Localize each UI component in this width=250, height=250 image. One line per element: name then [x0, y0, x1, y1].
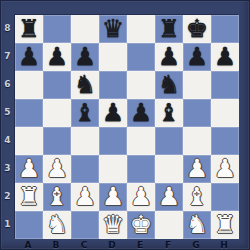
square-b8[interactable]: [43, 15, 71, 43]
square-b7[interactable]: ♟: [43, 43, 71, 71]
file-label-e: E: [126, 239, 154, 250]
file-label-c: C: [70, 239, 98, 250]
square-e6[interactable]: [127, 71, 155, 99]
square-g7[interactable]: ♟: [183, 43, 211, 71]
piece-black-queen[interactable]: ♛: [102, 16, 124, 41]
chess-board[interactable]: ♜♛♜♚♟♟♟♟♟♟♞♞♝♟♟♝♟♟♟♟♜♝♟♟♟♟♝♞♛♚♞♜: [14, 14, 238, 238]
file-labels: ABCDEFGH: [14, 239, 238, 250]
square-h4[interactable]: [211, 127, 239, 155]
file-label-g: G: [182, 239, 210, 250]
square-e7[interactable]: [127, 43, 155, 71]
square-c6[interactable]: ♞: [71, 71, 99, 99]
square-c4[interactable]: [71, 127, 99, 155]
square-g5[interactable]: [183, 99, 211, 127]
rank-label-7: 7: [1, 42, 14, 70]
piece-black-pawn[interactable]: ♟: [214, 44, 236, 69]
piece-white-pawn[interactable]: ♟: [214, 156, 236, 181]
square-d2[interactable]: ♟: [99, 183, 127, 211]
square-f2[interactable]: ♟: [155, 183, 183, 211]
square-d6[interactable]: [99, 71, 127, 99]
piece-white-rook[interactable]: ♜: [214, 212, 236, 237]
piece-black-pawn[interactable]: ♟: [130, 100, 152, 125]
square-h6[interactable]: [211, 71, 239, 99]
piece-black-knight[interactable]: ♞: [158, 72, 180, 97]
file-label-h: H: [210, 239, 238, 250]
square-c8[interactable]: [71, 15, 99, 43]
square-c5[interactable]: ♝: [71, 99, 99, 127]
square-b1[interactable]: ♞: [43, 211, 71, 239]
square-b3[interactable]: ♟: [43, 155, 71, 183]
piece-white-knight[interactable]: ♞: [186, 212, 208, 237]
piece-black-bishop[interactable]: ♝: [158, 100, 180, 125]
square-h5[interactable]: [211, 99, 239, 127]
piece-white-knight[interactable]: ♞: [46, 212, 68, 237]
square-e4[interactable]: [127, 127, 155, 155]
square-h3[interactable]: ♟: [211, 155, 239, 183]
piece-white-pawn[interactable]: ♟: [18, 156, 40, 181]
square-e8[interactable]: [127, 15, 155, 43]
square-b2[interactable]: ♝: [43, 183, 71, 211]
piece-white-pawn[interactable]: ♟: [46, 156, 68, 181]
square-c7[interactable]: ♟: [71, 43, 99, 71]
piece-black-pawn[interactable]: ♟: [158, 44, 180, 69]
square-d4[interactable]: [99, 127, 127, 155]
file-label-b: B: [42, 239, 70, 250]
square-f1[interactable]: [155, 211, 183, 239]
piece-white-king[interactable]: ♚: [130, 212, 152, 237]
square-h7[interactable]: ♟: [211, 43, 239, 71]
piece-black-knight[interactable]: ♞: [74, 72, 96, 97]
square-e2[interactable]: ♟: [127, 183, 155, 211]
piece-white-pawn[interactable]: ♟: [158, 184, 180, 209]
piece-black-pawn[interactable]: ♟: [102, 100, 124, 125]
square-d5[interactable]: ♟: [99, 99, 127, 127]
square-g4[interactable]: [183, 127, 211, 155]
rank-label-4: 4: [1, 126, 14, 154]
piece-white-pawn[interactable]: ♟: [74, 184, 96, 209]
rank-label-2: 2: [1, 182, 14, 210]
square-g3[interactable]: ♟: [183, 155, 211, 183]
square-g1[interactable]: ♞: [183, 211, 211, 239]
rank-labels: 87654321: [1, 14, 14, 238]
rank-label-6: 6: [1, 70, 14, 98]
piece-black-rook[interactable]: ♜: [18, 16, 40, 41]
file-label-a: A: [14, 239, 42, 250]
square-c1[interactable]: [71, 211, 99, 239]
square-a6[interactable]: [15, 71, 43, 99]
square-a5[interactable]: [15, 99, 43, 127]
square-d3[interactable]: [99, 155, 127, 183]
piece-white-bishop[interactable]: ♝: [186, 184, 208, 209]
piece-white-bishop[interactable]: ♝: [46, 184, 68, 209]
piece-black-rook[interactable]: ♜: [158, 16, 180, 41]
square-a7[interactable]: ♟: [15, 43, 43, 71]
piece-black-pawn[interactable]: ♟: [186, 44, 208, 69]
square-g6[interactable]: [183, 71, 211, 99]
square-g2[interactable]: ♝: [183, 183, 211, 211]
piece-black-pawn[interactable]: ♟: [46, 44, 68, 69]
piece-white-pawn[interactable]: ♟: [102, 184, 124, 209]
rank-label-3: 3: [1, 154, 14, 182]
square-b5[interactable]: [43, 99, 71, 127]
file-label-f: F: [154, 239, 182, 250]
square-c3[interactable]: [71, 155, 99, 183]
piece-white-pawn[interactable]: ♟: [130, 184, 152, 209]
square-a3[interactable]: ♟: [15, 155, 43, 183]
square-g8[interactable]: ♚: [183, 15, 211, 43]
rank-label-1: 1: [1, 210, 14, 238]
square-f8[interactable]: ♜: [155, 15, 183, 43]
square-h2[interactable]: [211, 183, 239, 211]
square-f7[interactable]: ♟: [155, 43, 183, 71]
piece-black-king[interactable]: ♚: [186, 16, 208, 41]
square-h8[interactable]: [211, 15, 239, 43]
square-e5[interactable]: ♟: [127, 99, 155, 127]
piece-black-bishop[interactable]: ♝: [74, 100, 96, 125]
square-e1[interactable]: ♚: [127, 211, 155, 239]
square-d7[interactable]: [99, 43, 127, 71]
square-d8[interactable]: ♛: [99, 15, 127, 43]
chess-board-frame: 87654321 ♜♛♜♚♟♟♟♟♟♟♞♞♝♟♟♝♟♟♟♟♜♝♟♟♟♟♝♞♛♚♞…: [0, 0, 250, 250]
file-label-d: D: [98, 239, 126, 250]
piece-white-queen[interactable]: ♛: [102, 212, 124, 237]
square-h1[interactable]: ♜: [211, 211, 239, 239]
square-a2[interactable]: ♜: [15, 183, 43, 211]
square-f3[interactable]: [155, 155, 183, 183]
square-a4[interactable]: [15, 127, 43, 155]
square-b4[interactable]: [43, 127, 71, 155]
square-f4[interactable]: [155, 127, 183, 155]
square-a8[interactable]: ♜: [15, 15, 43, 43]
square-e3[interactable]: [127, 155, 155, 183]
square-c2[interactable]: ♟: [71, 183, 99, 211]
square-f6[interactable]: ♞: [155, 71, 183, 99]
piece-white-pawn[interactable]: ♟: [186, 156, 208, 181]
square-b6[interactable]: [43, 71, 71, 99]
square-f5[interactable]: ♝: [155, 99, 183, 127]
piece-black-pawn[interactable]: ♟: [18, 44, 40, 69]
rank-label-8: 8: [1, 14, 14, 42]
piece-black-pawn[interactable]: ♟: [74, 44, 96, 69]
rank-label-5: 5: [1, 98, 14, 126]
square-d1[interactable]: ♛: [99, 211, 127, 239]
piece-white-rook[interactable]: ♜: [18, 184, 40, 209]
square-a1[interactable]: [15, 211, 43, 239]
